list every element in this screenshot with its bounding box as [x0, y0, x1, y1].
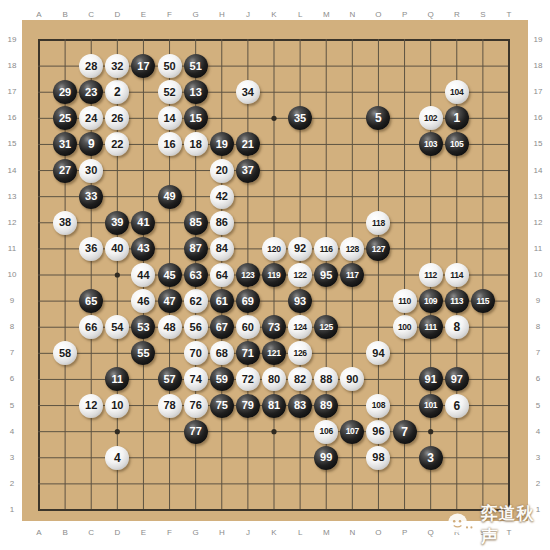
- row-label-right-9: 9: [528, 296, 548, 306]
- stone-white-C16: 24: [79, 106, 103, 130]
- stone-white-D16: 26: [105, 106, 129, 130]
- stone-black-K7: 121: [262, 341, 286, 365]
- stone-white-G6: 74: [184, 367, 208, 391]
- col-label-top-H: H: [212, 10, 232, 20]
- stone-white-C18: 28: [79, 54, 103, 78]
- stone-black-R6: 97: [445, 367, 469, 391]
- col-label-bottom-Q: Q: [421, 528, 441, 538]
- stone-black-F9: 47: [158, 289, 182, 313]
- row-label-right-19: 19: [528, 35, 548, 45]
- stone-black-K8: 73: [262, 315, 286, 339]
- col-label-top-N: N: [342, 10, 362, 20]
- row-label-left-16: 16: [2, 113, 22, 123]
- stone-black-D6: 11: [105, 367, 129, 391]
- stone-black-Q15: 103: [419, 132, 443, 156]
- col-label-bottom-F: F: [160, 528, 180, 538]
- col-label-bottom-H: H: [212, 528, 232, 538]
- stone-white-D3: 4: [105, 446, 129, 470]
- stone-white-O5: 108: [366, 394, 390, 418]
- row-label-right-8: 8: [528, 322, 548, 332]
- col-label-top-M: M: [316, 10, 336, 20]
- stone-white-H7: 68: [210, 341, 234, 365]
- stone-white-F16: 14: [158, 106, 182, 130]
- col-label-bottom-B: B: [55, 528, 75, 538]
- stone-white-P9: 110: [393, 289, 417, 313]
- stone-black-J15: 21: [236, 132, 260, 156]
- stone-black-B15: 31: [53, 132, 77, 156]
- stone-black-J7: 71: [236, 341, 260, 365]
- stone-white-F17: 52: [158, 80, 182, 104]
- stone-white-G9: 62: [184, 289, 208, 313]
- stone-white-D11: 40: [105, 237, 129, 261]
- row-label-right-14: 14: [528, 166, 548, 176]
- stone-black-J9: 69: [236, 289, 260, 313]
- stone-black-N10: 117: [340, 263, 364, 287]
- stone-white-E9: 46: [131, 289, 155, 313]
- stone-white-O3: 98: [366, 446, 390, 470]
- col-label-top-C: C: [81, 10, 101, 20]
- stone-black-E18: 17: [131, 54, 155, 78]
- stone-black-Q3: 3: [419, 446, 443, 470]
- stone-black-C15: 9: [79, 132, 103, 156]
- stone-white-D18: 32: [105, 54, 129, 78]
- stone-white-F18: 50: [158, 54, 182, 78]
- stone-black-B14: 27: [53, 159, 77, 183]
- watermark: 弈道秋声: [447, 502, 550, 548]
- stone-black-G17: 13: [184, 80, 208, 104]
- row-label-left-1: 1: [2, 505, 22, 515]
- col-label-top-P: P: [395, 10, 415, 20]
- stone-white-N6: 90: [340, 367, 364, 391]
- row-label-right-17: 17: [528, 87, 548, 97]
- stone-white-H13: 42: [210, 185, 234, 209]
- stone-black-E7: 55: [131, 341, 155, 365]
- stone-white-K6: 80: [262, 367, 286, 391]
- stone-white-F5: 78: [158, 394, 182, 418]
- stone-black-B17: 29: [53, 80, 77, 104]
- col-label-bottom-G: G: [186, 528, 206, 538]
- row-label-left-8: 8: [2, 322, 22, 332]
- stone-black-R9: 113: [445, 289, 469, 313]
- row-label-right-10: 10: [528, 270, 548, 280]
- stone-black-G12: 85: [184, 211, 208, 235]
- stone-white-D8: 54: [105, 315, 129, 339]
- stone-white-M4: 106: [314, 420, 338, 444]
- row-label-left-3: 3: [2, 453, 22, 463]
- stone-black-C17: 23: [79, 80, 103, 104]
- stone-black-G18: 51: [184, 54, 208, 78]
- col-label-top-F: F: [160, 10, 180, 20]
- col-label-bottom-P: P: [395, 528, 415, 538]
- stone-white-G15: 18: [184, 132, 208, 156]
- col-label-bottom-N: N: [342, 528, 362, 538]
- stone-black-H6: 59: [210, 367, 234, 391]
- row-label-right-5: 5: [528, 401, 548, 411]
- col-label-top-B: B: [55, 10, 75, 20]
- stone-white-O12: 118: [366, 211, 390, 235]
- stone-white-F8: 48: [158, 315, 182, 339]
- stone-black-L9: 93: [288, 289, 312, 313]
- row-label-left-7: 7: [2, 348, 22, 358]
- stone-white-O7: 94: [366, 341, 390, 365]
- col-label-top-G: G: [186, 10, 206, 20]
- stone-black-E11: 43: [131, 237, 155, 261]
- stone-black-O11: 127: [366, 237, 390, 261]
- stone-black-R15: 105: [445, 132, 469, 156]
- stone-black-L16: 35: [288, 106, 312, 130]
- row-label-left-15: 15: [2, 139, 22, 149]
- col-label-top-J: J: [238, 10, 258, 20]
- row-label-left-9: 9: [2, 296, 22, 306]
- col-label-bottom-O: O: [368, 528, 388, 538]
- stone-black-L5: 83: [288, 394, 312, 418]
- stone-white-R5: 6: [445, 394, 469, 418]
- stone-white-N11: 128: [340, 237, 364, 261]
- stone-white-J17: 34: [236, 80, 260, 104]
- stone-black-C9: 65: [79, 289, 103, 313]
- stone-black-M5: 89: [314, 394, 338, 418]
- go-kifu-page: { "game": "go", "diagram_type": "numbere…: [0, 0, 550, 550]
- col-label-bottom-J: J: [238, 528, 258, 538]
- row-label-right-13: 13: [528, 192, 548, 202]
- stone-white-O4: 96: [366, 420, 390, 444]
- stone-black-D12: 39: [105, 211, 129, 235]
- stone-black-G10: 63: [184, 263, 208, 287]
- row-label-right-11: 11: [528, 244, 548, 254]
- stone-white-L6: 82: [288, 367, 312, 391]
- stone-white-G5: 76: [184, 394, 208, 418]
- stone-black-C13: 33: [79, 185, 103, 209]
- stone-white-K11: 120: [262, 237, 286, 261]
- col-label-bottom-M: M: [316, 528, 336, 538]
- stone-black-G4: 77: [184, 420, 208, 444]
- stone-white-J8: 60: [236, 315, 260, 339]
- row-label-right-12: 12: [528, 218, 548, 228]
- stone-white-F15: 16: [158, 132, 182, 156]
- col-label-top-T: T: [499, 10, 519, 20]
- stone-white-G8: 56: [184, 315, 208, 339]
- col-label-bottom-K: K: [264, 528, 284, 538]
- row-label-left-12: 12: [2, 218, 22, 228]
- row-label-right-16: 16: [528, 113, 548, 123]
- row-label-left-6: 6: [2, 374, 22, 384]
- stone-white-H10: 64: [210, 263, 234, 287]
- stone-white-Q16: 102: [419, 106, 443, 130]
- stone-white-B12: 38: [53, 211, 77, 235]
- col-label-bottom-E: E: [133, 528, 153, 538]
- col-label-top-O: O: [368, 10, 388, 20]
- stone-white-L11: 92: [288, 237, 312, 261]
- stone-white-H12: 86: [210, 211, 234, 235]
- stone-black-H9: 61: [210, 289, 234, 313]
- stone-black-Q5: 101: [419, 394, 443, 418]
- row-label-left-5: 5: [2, 401, 22, 411]
- stone-black-B16: 25: [53, 106, 77, 130]
- col-label-bottom-A: A: [29, 528, 49, 538]
- stone-white-M6: 88: [314, 367, 338, 391]
- stone-white-H11: 84: [210, 237, 234, 261]
- stone-white-L8: 124: [288, 315, 312, 339]
- stone-white-M11: 116: [314, 237, 338, 261]
- row-label-right-3: 3: [528, 453, 548, 463]
- col-label-bottom-L: L: [290, 528, 310, 538]
- stone-white-R17: 104: [445, 80, 469, 104]
- stone-white-C5: 12: [79, 394, 103, 418]
- stone-white-D15: 22: [105, 132, 129, 156]
- stone-white-H14: 20: [210, 159, 234, 183]
- stone-white-Q10: 112: [419, 263, 443, 287]
- stone-black-G11: 87: [184, 237, 208, 261]
- stone-black-H15: 19: [210, 132, 234, 156]
- stone-white-P8: 100: [393, 315, 417, 339]
- stone-black-R16: 1: [445, 106, 469, 130]
- stone-black-P4: 7: [393, 420, 417, 444]
- stone-black-J10: 123: [236, 263, 260, 287]
- row-label-left-17: 17: [2, 87, 22, 97]
- row-label-left-2: 2: [2, 479, 22, 489]
- stones-layer: 1234567891011121314151617181920212223242…: [0, 0, 550, 550]
- stone-black-H5: 75: [210, 394, 234, 418]
- row-label-right-7: 7: [528, 348, 548, 358]
- col-label-top-Q: Q: [421, 10, 441, 20]
- row-label-left-13: 13: [2, 192, 22, 202]
- col-label-top-L: L: [290, 10, 310, 20]
- row-label-right-6: 6: [528, 374, 548, 384]
- row-label-left-11: 11: [2, 244, 22, 254]
- stone-black-Q8: 111: [419, 315, 443, 339]
- stone-white-J6: 72: [236, 367, 260, 391]
- col-label-top-R: R: [447, 10, 467, 20]
- stone-black-S9: 115: [471, 289, 495, 313]
- stone-white-R10: 114: [445, 263, 469, 287]
- row-label-right-18: 18: [528, 61, 548, 71]
- stone-white-D5: 10: [105, 394, 129, 418]
- row-label-left-4: 4: [2, 427, 22, 437]
- watermark-text: 弈道秋声: [481, 502, 550, 548]
- stone-white-B7: 58: [53, 341, 77, 365]
- row-label-right-4: 4: [528, 427, 548, 437]
- stone-black-Q6: 91: [419, 367, 443, 391]
- row-label-left-14: 14: [2, 166, 22, 176]
- wechat-logo-icon: [447, 512, 478, 539]
- col-label-bottom-C: C: [81, 528, 101, 538]
- stone-black-F10: 45: [158, 263, 182, 287]
- col-label-top-S: S: [473, 10, 493, 20]
- col-label-top-K: K: [264, 10, 284, 20]
- stone-white-G7: 70: [184, 341, 208, 365]
- stone-black-O16: 5: [366, 106, 390, 130]
- stone-black-H8: 67: [210, 315, 234, 339]
- stone-white-L10: 122: [288, 263, 312, 287]
- stone-black-K5: 81: [262, 394, 286, 418]
- row-label-left-18: 18: [2, 61, 22, 71]
- col-label-bottom-D: D: [107, 528, 127, 538]
- stone-black-F6: 57: [158, 367, 182, 391]
- stone-black-E8: 53: [131, 315, 155, 339]
- col-label-top-A: A: [29, 10, 49, 20]
- stone-white-D17: 2: [105, 80, 129, 104]
- stone-black-M3: 99: [314, 446, 338, 470]
- stone-black-G16: 15: [184, 106, 208, 130]
- stone-black-F13: 49: [158, 185, 182, 209]
- stone-white-E10: 44: [131, 263, 155, 287]
- stone-black-N4: 107: [340, 420, 364, 444]
- stone-black-K10: 119: [262, 263, 286, 287]
- stone-black-M10: 95: [314, 263, 338, 287]
- stone-black-J14: 37: [236, 159, 260, 183]
- col-label-top-E: E: [133, 10, 153, 20]
- row-label-left-19: 19: [2, 35, 22, 45]
- stone-white-C8: 66: [79, 315, 103, 339]
- row-label-left-10: 10: [2, 270, 22, 280]
- stone-white-L7: 126: [288, 341, 312, 365]
- row-label-right-2: 2: [528, 479, 548, 489]
- stone-white-C11: 36: [79, 237, 103, 261]
- stone-black-E12: 41: [131, 211, 155, 235]
- row-label-right-15: 15: [528, 139, 548, 149]
- stone-black-J5: 79: [236, 394, 260, 418]
- stone-white-R8: 8: [445, 315, 469, 339]
- stone-white-C14: 30: [79, 159, 103, 183]
- stone-black-M8: 125: [314, 315, 338, 339]
- stone-black-Q9: 109: [419, 289, 443, 313]
- col-label-top-D: D: [107, 10, 127, 20]
